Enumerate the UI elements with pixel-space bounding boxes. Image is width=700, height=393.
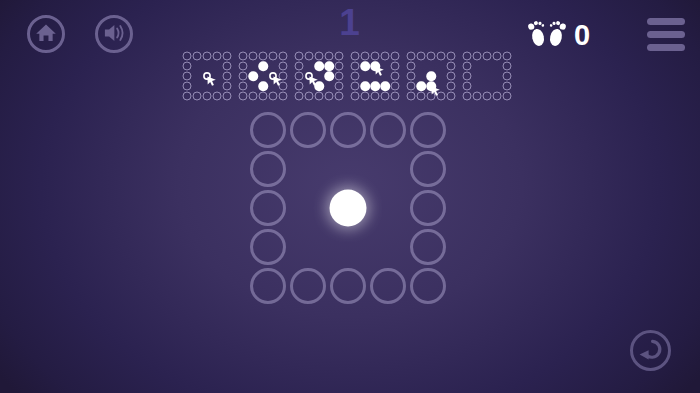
empty-slot[interactable] (410, 229, 446, 265)
hint-ring-circle (407, 72, 416, 81)
hint-ring-circle (503, 82, 512, 91)
hint-ring-circle (391, 62, 400, 71)
hint-box-6 (463, 52, 511, 100)
hint-dot (380, 81, 390, 91)
menu-bar (647, 18, 685, 25)
empty-slot[interactable] (250, 151, 286, 187)
hint-ring-circle (351, 72, 360, 81)
hint-ring-circle (391, 52, 400, 61)
hint-dot (324, 61, 334, 71)
hint-dot (324, 71, 334, 81)
hint-ring-circle (315, 52, 324, 61)
empty-slot[interactable] (370, 268, 406, 304)
hint-ring-circle (503, 62, 512, 71)
game-screen: 1 0 (0, 0, 700, 393)
empty-slot[interactable] (290, 268, 326, 304)
hint-ring-circle (239, 62, 248, 71)
hint-ring-circle (463, 82, 472, 91)
hint-ring-circle (249, 52, 258, 61)
hint-dot (248, 71, 258, 81)
hint-box-5 (407, 52, 455, 100)
hint-ring-circle (447, 82, 456, 91)
hint-ring-circle (203, 92, 212, 101)
tap-cursor-icon (369, 60, 387, 78)
hint-ring-circle (371, 92, 380, 101)
hint-ring-circle (351, 52, 360, 61)
hint-ring-circle (391, 82, 400, 91)
tap-cursor-icon (425, 80, 443, 98)
tap-cursor-icon (201, 70, 219, 88)
menu-bar (647, 31, 685, 38)
hint-ring-circle (437, 52, 446, 61)
hint-ring-circle (279, 52, 288, 61)
hint-ring-circle (223, 82, 232, 91)
hint-ring-circle (259, 92, 268, 101)
hint-ring-circle (473, 92, 482, 101)
hint-ring-circle (223, 52, 232, 61)
hint-ring-circle (183, 92, 192, 101)
empty-slot[interactable] (250, 268, 286, 304)
home-button[interactable] (27, 15, 65, 53)
empty-slot[interactable] (250, 190, 286, 226)
home-icon (32, 19, 60, 50)
steps-counter: 0 (527, 14, 590, 55)
hint-ring-circle (183, 62, 192, 71)
hint-ring-circle (335, 82, 344, 91)
hint-ring-circle (279, 92, 288, 101)
hint-ring-circle (447, 72, 456, 81)
hint-ring-circle (447, 62, 456, 71)
hint-ring-circle (183, 52, 192, 61)
hint-ring-circle (239, 92, 248, 101)
hint-ring-circle (493, 92, 502, 101)
hint-ring-circle (269, 92, 278, 101)
hint-dot (370, 81, 380, 91)
empty-slot[interactable] (410, 151, 446, 187)
hint-ring-circle (223, 62, 232, 71)
speaker-icon (100, 19, 128, 50)
hint-ring-circle (213, 92, 222, 101)
hint-strip (183, 52, 511, 100)
hint-ring-circle (335, 72, 344, 81)
hint-ring-circle (407, 82, 416, 91)
hint-ring-circle (447, 52, 456, 61)
hint-ring-circle (407, 52, 416, 61)
hint-ring-circle (447, 92, 456, 101)
hint-ring-circle (223, 92, 232, 101)
hint-ring-circle (203, 52, 212, 61)
restart-button[interactable] (630, 330, 671, 371)
hint-ring-circle (325, 92, 334, 101)
hint-ring-circle (351, 82, 360, 91)
hint-ring-circle (503, 52, 512, 61)
menu-bar (647, 44, 685, 51)
hint-ring-circle (295, 92, 304, 101)
hint-ring-circle (381, 92, 390, 101)
hint-box-1 (183, 52, 231, 100)
hint-ring-circle (193, 52, 202, 61)
tap-cursor-icon (303, 70, 321, 88)
hint-ring-circle (259, 52, 268, 61)
hint-ring-circle (473, 52, 482, 61)
hint-ring-circle (183, 72, 192, 81)
empty-slot[interactable] (250, 229, 286, 265)
hint-ring-circle (183, 82, 192, 91)
hint-ring-circle (503, 72, 512, 81)
hint-box-4 (351, 52, 399, 100)
hint-ring-circle (391, 72, 400, 81)
hint-dot (360, 81, 370, 91)
hint-ring-circle (239, 52, 248, 61)
hint-ring-circle (427, 52, 436, 61)
hint-ring-circle (335, 52, 344, 61)
hint-ring-circle (335, 62, 344, 71)
empty-slot[interactable] (250, 112, 286, 148)
empty-slot[interactable] (290, 112, 326, 148)
hint-ring-circle (463, 92, 472, 101)
hint-ring-circle (407, 92, 416, 101)
hint-ring-circle (463, 72, 472, 81)
restart-icon (636, 334, 666, 367)
empty-slot[interactable] (330, 112, 366, 148)
sound-button[interactable] (95, 15, 133, 53)
hint-ring-circle (325, 52, 334, 61)
hint-ring-circle (239, 72, 248, 81)
hint-ring-circle (295, 52, 304, 61)
menu-button[interactable] (647, 18, 685, 51)
hint-ring-circle (463, 52, 472, 61)
hint-ring-circle (269, 52, 278, 61)
footprints-icon (527, 14, 567, 55)
hint-ring-circle (193, 92, 202, 101)
hint-ring-circle (351, 92, 360, 101)
hint-ring-circle (391, 92, 400, 101)
empty-slot[interactable] (410, 190, 446, 226)
hint-ring-circle (239, 82, 248, 91)
steps-count: 0 (574, 15, 590, 55)
hint-ring-circle (249, 92, 258, 101)
tap-cursor-icon (267, 70, 285, 88)
hint-ring-circle (407, 62, 416, 71)
game-board (248, 110, 448, 305)
hint-ring-circle (361, 92, 370, 101)
hint-ring-circle (503, 92, 512, 101)
hint-ring-circle (213, 52, 222, 61)
hint-ring-circle (305, 92, 314, 101)
hint-box-2 (239, 52, 287, 100)
empty-slot[interactable] (370, 112, 406, 148)
empty-slot[interactable] (330, 268, 366, 304)
hint-ring-circle (493, 52, 502, 61)
hint-ring-circle (305, 52, 314, 61)
hint-box-3 (295, 52, 343, 100)
hint-ring-circle (223, 72, 232, 81)
empty-slot[interactable] (410, 268, 446, 304)
hint-ring-circle (417, 52, 426, 61)
hint-ring-circle (351, 62, 360, 71)
hint-ring-circle (483, 92, 492, 101)
hint-ring-circle (463, 62, 472, 71)
hint-ring-circle (315, 92, 324, 101)
empty-slot[interactable] (410, 112, 446, 148)
hint-ring-circle (483, 52, 492, 61)
hint-ring-circle (335, 92, 344, 101)
white-dot[interactable] (330, 189, 367, 226)
